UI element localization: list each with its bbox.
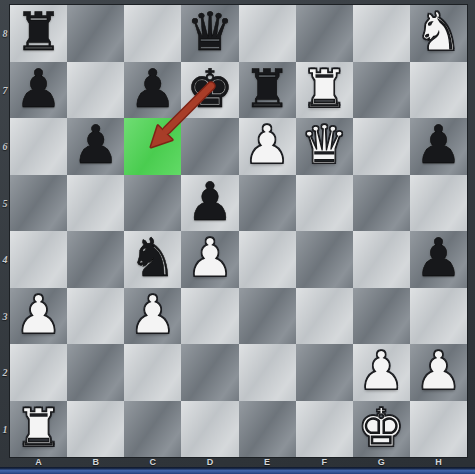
piece-black-pawn-h6[interactable]: ♟	[415, 118, 463, 173]
piece-black-pawn-d5[interactable]: ♟	[186, 175, 234, 230]
square-h4[interactable]: ♟	[410, 231, 467, 288]
square-e1[interactable]	[239, 401, 296, 458]
square-c7[interactable]: ♟	[124, 62, 181, 119]
square-g4[interactable]	[353, 231, 410, 288]
square-g8[interactable]	[353, 5, 410, 62]
file-label-h: H	[410, 457, 467, 467]
file-label-g: G	[353, 457, 410, 467]
square-e7[interactable]: ♜	[239, 62, 296, 119]
square-h7[interactable]	[410, 62, 467, 119]
piece-black-rook-a8[interactable]: ♜	[15, 5, 63, 60]
piece-white-pawn-a3[interactable]: ♟	[15, 288, 63, 343]
square-d4[interactable]: ♟	[181, 231, 238, 288]
square-h1[interactable]	[410, 401, 467, 458]
piece-black-pawn-b6[interactable]: ♟	[72, 118, 120, 173]
square-g6[interactable]	[353, 118, 410, 175]
rank-label-8: 8	[0, 28, 10, 39]
rank-label-3: 3	[0, 311, 10, 322]
square-a8[interactable]: ♜	[10, 5, 67, 62]
square-g2[interactable]: ♟	[353, 344, 410, 401]
square-g3[interactable]	[353, 288, 410, 345]
square-f3[interactable]	[296, 288, 353, 345]
square-h3[interactable]	[410, 288, 467, 345]
square-c6[interactable]	[124, 118, 181, 175]
rank-label-4: 4	[0, 254, 10, 265]
piece-black-pawn-h4[interactable]: ♟	[415, 231, 463, 286]
square-e5[interactable]	[239, 175, 296, 232]
square-d6[interactable]	[181, 118, 238, 175]
square-c3[interactable]: ♟	[124, 288, 181, 345]
square-b2[interactable]	[67, 344, 124, 401]
square-f7[interactable]: ♜	[296, 62, 353, 119]
chess-board: ♜♛♞♟♟♚♜♜♟♟♛♟♟♞♟♟♟♟♟♟♜♚	[10, 5, 467, 457]
piece-black-pawn-a7[interactable]: ♟	[15, 62, 63, 117]
square-h5[interactable]	[410, 175, 467, 232]
piece-white-pawn-h2[interactable]: ♟	[415, 344, 463, 399]
rank-label-5: 5	[0, 198, 10, 209]
square-h2[interactable]: ♟	[410, 344, 467, 401]
piece-white-rook-f7[interactable]: ♜	[300, 62, 348, 117]
file-label-d: D	[181, 457, 238, 467]
square-c5[interactable]	[124, 175, 181, 232]
file-label-c: C	[124, 457, 181, 467]
piece-black-rook-e7[interactable]: ♜	[243, 62, 291, 117]
piece-black-king-d7[interactable]: ♚	[186, 62, 234, 117]
square-d8[interactable]: ♛	[181, 5, 238, 62]
piece-white-pawn-g2[interactable]: ♟	[358, 344, 406, 399]
square-g7[interactable]	[353, 62, 410, 119]
piece-white-king-g1[interactable]: ♚	[358, 401, 406, 456]
file-label-f: F	[296, 457, 353, 467]
square-b1[interactable]	[67, 401, 124, 458]
file-label-e: E	[239, 457, 296, 467]
square-b5[interactable]	[67, 175, 124, 232]
square-e6[interactable]: ♟	[239, 118, 296, 175]
rank-label-2: 2	[0, 367, 10, 378]
piece-black-queen-d8[interactable]: ♛	[186, 5, 234, 60]
square-a1[interactable]: ♜	[10, 401, 67, 458]
rank-label-1: 1	[0, 424, 10, 435]
square-d7[interactable]: ♚	[181, 62, 238, 119]
square-d1[interactable]	[181, 401, 238, 458]
piece-white-pawn-d4[interactable]: ♟	[186, 231, 234, 286]
square-a4[interactable]	[10, 231, 67, 288]
square-b7[interactable]	[67, 62, 124, 119]
square-b4[interactable]	[67, 231, 124, 288]
square-f1[interactable]	[296, 401, 353, 458]
piece-white-knight-h8[interactable]: ♞	[415, 5, 463, 60]
square-c8[interactable]	[124, 5, 181, 62]
rank-label-7: 7	[0, 85, 10, 96]
square-f2[interactable]	[296, 344, 353, 401]
square-d5[interactable]: ♟	[181, 175, 238, 232]
square-h6[interactable]: ♟	[410, 118, 467, 175]
piece-white-pawn-c3[interactable]: ♟	[129, 288, 177, 343]
square-h8[interactable]: ♞	[410, 5, 467, 62]
square-f8[interactable]	[296, 5, 353, 62]
square-c1[interactable]	[124, 401, 181, 458]
square-a7[interactable]: ♟	[10, 62, 67, 119]
square-a3[interactable]: ♟	[10, 288, 67, 345]
piece-black-pawn-c7[interactable]: ♟	[129, 62, 177, 117]
square-b6[interactable]: ♟	[67, 118, 124, 175]
square-b3[interactable]	[67, 288, 124, 345]
square-e4[interactable]	[239, 231, 296, 288]
square-e3[interactable]	[239, 288, 296, 345]
square-c2[interactable]	[124, 344, 181, 401]
square-f6[interactable]: ♛	[296, 118, 353, 175]
piece-white-pawn-e6[interactable]: ♟	[243, 118, 291, 173]
square-a2[interactable]	[10, 344, 67, 401]
file-label-a: A	[10, 457, 67, 467]
square-f4[interactable]	[296, 231, 353, 288]
square-g1[interactable]: ♚	[353, 401, 410, 458]
rank-label-6: 6	[0, 141, 10, 152]
piece-black-knight-c4[interactable]: ♞	[129, 231, 177, 286]
square-g5[interactable]	[353, 175, 410, 232]
bottom-blue-bar	[0, 467, 475, 474]
board-frame: ♜♛♞♟♟♚♜♜♟♟♛♟♟♞♟♟♟♟♟♟♜♚ 87654321 ABCDEFGH	[0, 0, 475, 474]
square-a5[interactable]	[10, 175, 67, 232]
piece-white-queen-f6[interactable]: ♛	[300, 118, 348, 173]
file-label-b: B	[67, 457, 124, 467]
piece-white-rook-a1[interactable]: ♜	[15, 401, 63, 456]
square-c4[interactable]: ♞	[124, 231, 181, 288]
square-e8[interactable]	[239, 5, 296, 62]
square-b8[interactable]	[67, 5, 124, 62]
square-f5[interactable]	[296, 175, 353, 232]
square-e2[interactable]	[239, 344, 296, 401]
square-d2[interactable]	[181, 344, 238, 401]
square-a6[interactable]	[10, 118, 67, 175]
square-d3[interactable]	[181, 288, 238, 345]
